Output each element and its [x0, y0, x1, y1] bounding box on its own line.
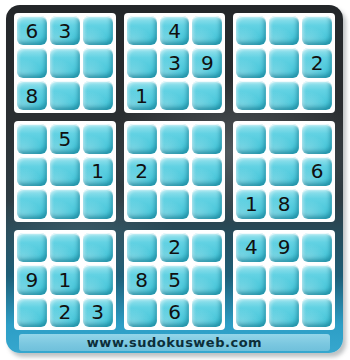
cell-r7c4[interactable] — [127, 233, 157, 262]
cell-r2c7[interactable] — [236, 48, 266, 77]
box-1: 638 — [14, 13, 116, 113]
site-link[interactable]: www.sudokusweb.com — [87, 335, 262, 350]
cell-r9c5[interactable]: 6 — [160, 298, 190, 327]
cell-r6c7[interactable]: 1 — [236, 189, 266, 218]
cell-r2c9[interactable]: 2 — [302, 48, 332, 77]
cell-r6c4[interactable] — [127, 189, 157, 218]
cell-r8c2[interactable]: 1 — [50, 265, 80, 294]
box-8: 2856 — [124, 230, 226, 330]
cell-r2c3[interactable] — [83, 48, 113, 77]
cell-r4c3[interactable] — [83, 124, 113, 153]
cell-r5c9[interactable]: 6 — [302, 157, 332, 186]
cell-r9c1[interactable] — [17, 298, 47, 327]
cell-r4c4[interactable] — [127, 124, 157, 153]
cell-r9c4[interactable] — [127, 298, 157, 327]
cell-r3c9[interactable] — [302, 81, 332, 110]
sudoku-plaque: 638439125126189123285649 www.sudokusweb.… — [6, 5, 343, 353]
box-5: 2 — [124, 121, 226, 221]
cell-r3c3[interactable] — [83, 81, 113, 110]
cell-r7c3[interactable] — [83, 233, 113, 262]
cell-r2c2[interactable] — [50, 48, 80, 77]
cell-r8c5[interactable]: 5 — [160, 265, 190, 294]
page: 638439125126189123285649 www.sudokusweb.… — [0, 0, 350, 360]
cell-r8c4[interactable]: 8 — [127, 265, 157, 294]
cell-r1c9[interactable] — [302, 16, 332, 45]
cell-r5c8[interactable] — [269, 157, 299, 186]
cell-r8c8[interactable] — [269, 265, 299, 294]
cell-r1c3[interactable] — [83, 16, 113, 45]
cell-r6c5[interactable] — [160, 189, 190, 218]
cell-r2c1[interactable] — [17, 48, 47, 77]
cell-r8c7[interactable] — [236, 265, 266, 294]
cell-r1c8[interactable] — [269, 16, 299, 45]
cell-r4c2[interactable]: 5 — [50, 124, 80, 153]
cell-r9c9[interactable] — [302, 298, 332, 327]
box-4: 51 — [14, 121, 116, 221]
cell-r2c6[interactable]: 9 — [192, 48, 222, 77]
cell-r3c6[interactable] — [192, 81, 222, 110]
cell-r7c8[interactable]: 9 — [269, 233, 299, 262]
cell-r9c2[interactable]: 2 — [50, 298, 80, 327]
cell-r6c2[interactable] — [50, 189, 80, 218]
cell-r8c1[interactable]: 9 — [17, 265, 47, 294]
cell-r1c6[interactable] — [192, 16, 222, 45]
cell-r5c7[interactable] — [236, 157, 266, 186]
cell-r7c1[interactable] — [17, 233, 47, 262]
cell-r2c4[interactable] — [127, 48, 157, 77]
cell-r6c3[interactable] — [83, 189, 113, 218]
cell-r4c7[interactable] — [236, 124, 266, 153]
cell-r7c9[interactable] — [302, 233, 332, 262]
cell-r5c1[interactable] — [17, 157, 47, 186]
cell-r7c7[interactable]: 4 — [236, 233, 266, 262]
cell-r9c7[interactable] — [236, 298, 266, 327]
box-6: 618 — [233, 121, 335, 221]
cell-r3c7[interactable] — [236, 81, 266, 110]
cell-r8c9[interactable] — [302, 265, 332, 294]
cell-r5c2[interactable] — [50, 157, 80, 186]
cell-r3c2[interactable] — [50, 81, 80, 110]
cell-r2c5[interactable]: 3 — [160, 48, 190, 77]
cell-r6c1[interactable] — [17, 189, 47, 218]
cell-r4c1[interactable] — [17, 124, 47, 153]
cell-r1c1[interactable]: 6 — [17, 16, 47, 45]
box-9: 49 — [233, 230, 335, 330]
cell-r8c3[interactable] — [83, 265, 113, 294]
cell-r1c5[interactable]: 4 — [160, 16, 190, 45]
cell-r7c2[interactable] — [50, 233, 80, 262]
cell-r6c9[interactable] — [302, 189, 332, 218]
cell-r3c5[interactable] — [160, 81, 190, 110]
cell-r4c9[interactable] — [302, 124, 332, 153]
cell-r5c3[interactable]: 1 — [83, 157, 113, 186]
cell-r3c8[interactable] — [269, 81, 299, 110]
cell-r5c6[interactable] — [192, 157, 222, 186]
board: 638439125126189123285649 — [14, 13, 335, 330]
footer-band: www.sudokusweb.com — [19, 334, 330, 351]
cell-r4c6[interactable] — [192, 124, 222, 153]
cell-r1c2[interactable]: 3 — [50, 16, 80, 45]
cell-r1c4[interactable] — [127, 16, 157, 45]
box-2: 4391 — [124, 13, 226, 113]
cell-r2c8[interactable] — [269, 48, 299, 77]
cell-r7c6[interactable] — [192, 233, 222, 262]
cell-r9c3[interactable]: 3 — [83, 298, 113, 327]
cell-r5c4[interactable]: 2 — [127, 157, 157, 186]
cell-r4c8[interactable] — [269, 124, 299, 153]
box-7: 9123 — [14, 230, 116, 330]
cell-r3c4[interactable]: 1 — [127, 81, 157, 110]
cell-r9c6[interactable] — [192, 298, 222, 327]
cell-r1c7[interactable] — [236, 16, 266, 45]
cell-r4c5[interactable] — [160, 124, 190, 153]
cell-r9c8[interactable] — [269, 298, 299, 327]
cell-r5c5[interactable] — [160, 157, 190, 186]
cell-r3c1[interactable]: 8 — [17, 81, 47, 110]
cell-r7c5[interactable]: 2 — [160, 233, 190, 262]
box-3: 2 — [233, 13, 335, 113]
cell-r8c6[interactable] — [192, 265, 222, 294]
cell-r6c8[interactable]: 8 — [269, 189, 299, 218]
cell-r6c6[interactable] — [192, 189, 222, 218]
